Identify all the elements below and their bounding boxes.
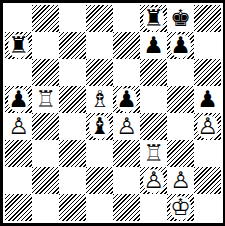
square-d4[interactable]: ♝ — [86, 113, 113, 140]
black-rook-a7: ♜ — [5, 32, 32, 59]
square-g8[interactable]: ♚ — [167, 5, 194, 32]
square-f5[interactable] — [140, 86, 167, 113]
square-g7[interactable]: ♟ — [167, 32, 194, 59]
square-f8[interactable]: ♜ — [140, 5, 167, 32]
black-pawn-e5: ♟ — [113, 86, 140, 113]
square-e1[interactable] — [113, 194, 140, 221]
square-h3[interactable] — [194, 140, 221, 167]
black-pawn-f7: ♟ — [140, 32, 167, 59]
white-pawn-e4: ♙ — [113, 113, 140, 140]
square-d8[interactable] — [86, 5, 113, 32]
square-c4[interactable] — [59, 113, 86, 140]
black-bishop-d4: ♝ — [86, 113, 113, 140]
white-pawn-a4: ♙ — [5, 113, 32, 140]
square-b1[interactable] — [32, 194, 59, 221]
black-rook-f8: ♜ — [140, 5, 167, 32]
square-g2[interactable]: ♙ — [167, 167, 194, 194]
square-h7[interactable] — [194, 32, 221, 59]
square-a7[interactable]: ♜ — [5, 32, 32, 59]
square-d5[interactable]: ♗ — [86, 86, 113, 113]
square-b8[interactable] — [32, 5, 59, 32]
square-e3[interactable] — [113, 140, 140, 167]
square-g1[interactable]: ♔ — [167, 194, 194, 221]
black-pawn-a5: ♟ — [5, 86, 32, 113]
black-king-g8: ♚ — [167, 5, 194, 32]
chess-diagram-frame: ♜♚♜♟♟♟♖♗♟♟♙♝♙♙♖♙♙♔ — [0, 0, 225, 226]
square-c5[interactable] — [59, 86, 86, 113]
square-c7[interactable] — [59, 32, 86, 59]
square-g6[interactable] — [167, 59, 194, 86]
square-h8[interactable] — [194, 5, 221, 32]
square-a5[interactable]: ♟ — [5, 86, 32, 113]
square-d2[interactable] — [86, 167, 113, 194]
square-f2[interactable]: ♙ — [140, 167, 167, 194]
square-a2[interactable] — [5, 167, 32, 194]
square-f6[interactable] — [140, 59, 167, 86]
square-h5[interactable]: ♟ — [194, 86, 221, 113]
square-c8[interactable] — [59, 5, 86, 32]
square-d1[interactable] — [86, 194, 113, 221]
square-f1[interactable] — [140, 194, 167, 221]
square-e8[interactable] — [113, 5, 140, 32]
square-f7[interactable]: ♟ — [140, 32, 167, 59]
square-h6[interactable] — [194, 59, 221, 86]
white-pawn-f2: ♙ — [140, 167, 167, 194]
square-c2[interactable] — [59, 167, 86, 194]
black-pawn-h5: ♟ — [194, 86, 221, 113]
square-h1[interactable] — [194, 194, 221, 221]
square-g3[interactable] — [167, 140, 194, 167]
square-f3[interactable]: ♖ — [140, 140, 167, 167]
white-king-g1: ♔ — [167, 194, 194, 221]
chess-board: ♜♚♜♟♟♟♖♗♟♟♙♝♙♙♖♙♙♔ — [5, 5, 221, 221]
square-b2[interactable] — [32, 167, 59, 194]
white-rook-b5: ♖ — [32, 86, 59, 113]
square-c3[interactable] — [59, 140, 86, 167]
square-a3[interactable] — [5, 140, 32, 167]
white-bishop-d5: ♗ — [86, 86, 113, 113]
black-pawn-g7: ♟ — [167, 32, 194, 59]
square-e5[interactable]: ♟ — [113, 86, 140, 113]
square-a1[interactable] — [5, 194, 32, 221]
square-d6[interactable] — [86, 59, 113, 86]
square-b7[interactable] — [32, 32, 59, 59]
square-b3[interactable] — [32, 140, 59, 167]
square-c1[interactable] — [59, 194, 86, 221]
square-a8[interactable] — [5, 5, 32, 32]
square-e4[interactable]: ♙ — [113, 113, 140, 140]
square-g5[interactable] — [167, 86, 194, 113]
square-e2[interactable] — [113, 167, 140, 194]
white-rook-f3: ♖ — [140, 140, 167, 167]
square-a4[interactable]: ♙ — [5, 113, 32, 140]
white-pawn-h4: ♙ — [194, 113, 221, 140]
square-b4[interactable] — [32, 113, 59, 140]
square-b6[interactable] — [32, 59, 59, 86]
square-h4[interactable]: ♙ — [194, 113, 221, 140]
square-b5[interactable]: ♖ — [32, 86, 59, 113]
square-d7[interactable] — [86, 32, 113, 59]
square-d3[interactable] — [86, 140, 113, 167]
square-c6[interactable] — [59, 59, 86, 86]
square-a6[interactable] — [5, 59, 32, 86]
white-pawn-g2: ♙ — [167, 167, 194, 194]
square-f4[interactable] — [140, 113, 167, 140]
square-e6[interactable] — [113, 59, 140, 86]
square-h2[interactable] — [194, 167, 221, 194]
square-e7[interactable] — [113, 32, 140, 59]
square-g4[interactable] — [167, 113, 194, 140]
